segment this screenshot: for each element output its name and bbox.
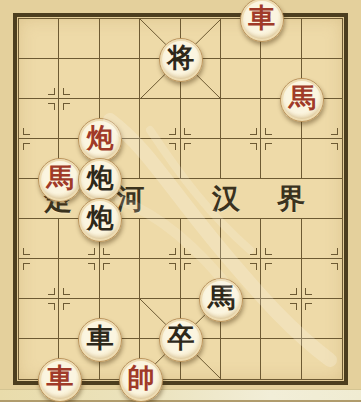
point-marker-corner bbox=[169, 128, 176, 135]
point-marker-corner bbox=[48, 88, 55, 95]
piece-black-soldier[interactable]: 卒 bbox=[159, 318, 203, 362]
point-marker-corner bbox=[63, 288, 70, 295]
board-cell bbox=[100, 19, 140, 59]
piece-character: 帥 bbox=[127, 365, 154, 392]
piece-character: 炮 bbox=[87, 165, 114, 192]
point-marker-corner bbox=[48, 303, 55, 310]
board-cell bbox=[302, 339, 342, 379]
piece-character: 馬 bbox=[208, 285, 235, 312]
point-marker-corner bbox=[331, 143, 338, 150]
board-cell bbox=[221, 339, 261, 379]
point-marker-corner bbox=[169, 263, 176, 270]
piece-character: 馬 bbox=[46, 165, 73, 192]
point-marker-corner bbox=[331, 128, 338, 135]
point-marker-corner bbox=[23, 143, 30, 150]
board-cell bbox=[59, 19, 99, 59]
piece-red-chariot[interactable]: 車 bbox=[38, 358, 82, 402]
board-cell bbox=[19, 19, 59, 59]
point-marker-corner bbox=[250, 263, 257, 270]
point-marker-corner bbox=[63, 103, 70, 110]
point-marker-corner bbox=[169, 143, 176, 150]
point-marker-corner bbox=[88, 263, 95, 270]
board-cell bbox=[221, 59, 261, 99]
point-marker-corner bbox=[63, 88, 70, 95]
point-marker-corner bbox=[265, 248, 272, 255]
piece-character: 卒 bbox=[168, 325, 195, 352]
point-marker-corner bbox=[103, 263, 110, 270]
point-marker-corner bbox=[88, 248, 95, 255]
point-marker-corner bbox=[265, 263, 272, 270]
board-cell bbox=[100, 59, 140, 99]
river-label: 界 bbox=[277, 185, 305, 213]
piece-character: 炮 bbox=[87, 125, 114, 152]
river-label: 汉 bbox=[212, 185, 240, 213]
point-marker-corner bbox=[331, 263, 338, 270]
point-marker-corner bbox=[250, 143, 257, 150]
point-marker-corner bbox=[48, 288, 55, 295]
piece-black-chariot[interactable]: 車 bbox=[78, 318, 122, 362]
board-cell bbox=[261, 339, 301, 379]
piece-black-general[interactable]: 将 bbox=[159, 38, 203, 82]
point-marker-corner bbox=[23, 128, 30, 135]
point-marker-corner bbox=[184, 263, 191, 270]
piece-black-horse[interactable]: 馬 bbox=[199, 278, 243, 322]
piece-character: 炮 bbox=[87, 205, 114, 232]
point-marker-corner bbox=[184, 248, 191, 255]
point-marker-corner bbox=[63, 303, 70, 310]
point-marker-corner bbox=[250, 128, 257, 135]
piece-red-chariot[interactable]: 車 bbox=[240, 0, 284, 42]
point-marker-corner bbox=[184, 143, 191, 150]
point-marker-corner bbox=[23, 248, 30, 255]
point-marker-corner bbox=[169, 248, 176, 255]
board-cell bbox=[302, 19, 342, 59]
point-marker-corner bbox=[290, 303, 297, 310]
point-marker-corner bbox=[290, 288, 297, 295]
piece-red-horse[interactable]: 馬 bbox=[280, 78, 324, 122]
piece-black-cannon[interactable]: 炮 bbox=[78, 158, 122, 202]
piece-black-cannon[interactable]: 炮 bbox=[78, 198, 122, 242]
piece-character: 車 bbox=[248, 5, 275, 32]
point-marker-corner bbox=[265, 143, 272, 150]
piece-red-cannon[interactable]: 炮 bbox=[78, 118, 122, 162]
point-marker-corner bbox=[265, 128, 272, 135]
xiangqi-board-screenshot: 楚河汉界 車将馬炮馬炮炮馬車卒車帥 bbox=[0, 0, 361, 402]
river-label: 河 bbox=[116, 185, 144, 213]
point-marker-corner bbox=[184, 128, 191, 135]
point-marker-corner bbox=[103, 248, 110, 255]
piece-character: 馬 bbox=[289, 85, 316, 112]
point-marker-corner bbox=[48, 103, 55, 110]
point-marker-corner bbox=[250, 248, 257, 255]
piece-red-horse[interactable]: 馬 bbox=[38, 158, 82, 202]
point-marker-corner bbox=[23, 263, 30, 270]
piece-character: 車 bbox=[46, 365, 73, 392]
point-marker-corner bbox=[305, 303, 312, 310]
piece-character: 車 bbox=[87, 325, 114, 352]
piece-character: 将 bbox=[168, 45, 195, 72]
point-marker-corner bbox=[305, 288, 312, 295]
board-cell bbox=[302, 179, 342, 219]
point-marker-corner bbox=[331, 248, 338, 255]
piece-red-general[interactable]: 帥 bbox=[119, 358, 163, 402]
board-cell bbox=[140, 179, 180, 219]
